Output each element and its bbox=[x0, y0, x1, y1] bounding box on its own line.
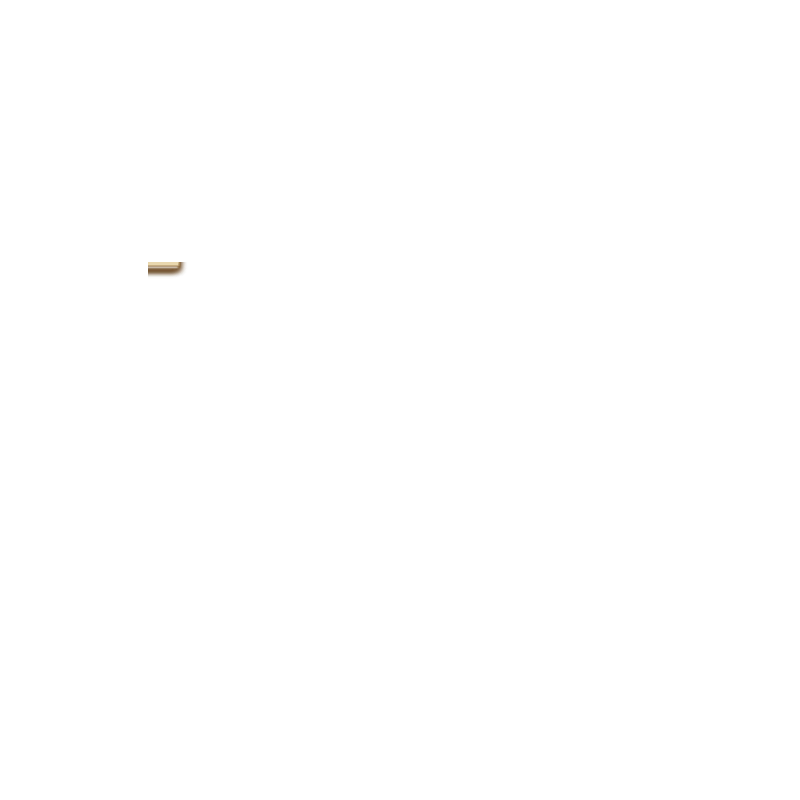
page-background: GFED ♜♞♝♚♛♟♟♟♟♟♟ bbox=[0, 0, 800, 800]
chess-board: GFED bbox=[148, 262, 654, 574]
file-label-d: D bbox=[148, 262, 155, 272]
chessboard-photo: GFED ♜♞♝♚♛♟♟♟♟♟♟ bbox=[148, 262, 654, 574]
